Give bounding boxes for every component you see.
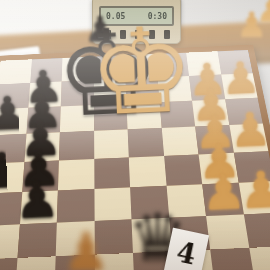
board-squares: ♟♟♟♟♟♚♚♟♟♟♟♟♟♟♟♟♟♟ — [0, 50, 270, 270]
square-g2[interactable] — [206, 214, 249, 250]
square-h3[interactable]: ♟ — [238, 181, 270, 214]
black-pawn[interactable]: ♟ — [0, 209, 21, 263]
square-e4[interactable] — [129, 156, 166, 187]
chess-photo-stage: 0.05 0:30 ♟ ♟ ♟ ♟♟♟♟♟♚♚♟♟♟♟♟♟♟♟♟♟♟ ♛ ♟ 4 — [0, 0, 270, 270]
square-f3[interactable] — [166, 184, 206, 217]
square-c3[interactable] — [57, 189, 94, 223]
square-c5[interactable] — [59, 131, 94, 160]
board-number: 4 — [174, 236, 199, 270]
square-h2[interactable] — [243, 213, 270, 249]
square-d3[interactable] — [94, 187, 131, 220]
square-b3[interactable]: ♟ — [20, 190, 58, 224]
square-e3[interactable] — [130, 186, 169, 219]
square-c1[interactable] — [54, 255, 94, 270]
square-d2[interactable] — [94, 219, 133, 255]
black-pawn[interactable]: ♟ — [14, 174, 61, 226]
square-e6[interactable]: ♚ — [126, 102, 161, 130]
square-c2[interactable] — [56, 221, 95, 257]
square-d1[interactable] — [94, 253, 134, 270]
white-king[interactable]: ♚ — [87, 11, 197, 133]
square-f5[interactable] — [161, 127, 198, 156]
white-pawn[interactable]: ♟ — [238, 165, 270, 217]
square-g1[interactable] — [210, 248, 255, 270]
board-number-card: 4 — [164, 228, 209, 270]
square-e2[interactable] — [131, 217, 171, 253]
square-a2[interactable]: ♟ — [0, 224, 20, 260]
square-d5[interactable] — [94, 130, 129, 159]
square-e5[interactable] — [128, 128, 164, 157]
chess-board: ♟♟♟♟♟♚♚♟♟♟♟♟♟♟♟♟♟♟ — [0, 45, 270, 270]
square-g3[interactable]: ♟ — [202, 182, 243, 215]
square-b1[interactable] — [14, 256, 55, 270]
square-c4[interactable] — [58, 159, 94, 190]
square-b2[interactable] — [17, 222, 57, 258]
square-d4[interactable] — [94, 157, 130, 188]
square-h1[interactable] — [249, 246, 270, 270]
square-f4[interactable] — [164, 154, 203, 185]
